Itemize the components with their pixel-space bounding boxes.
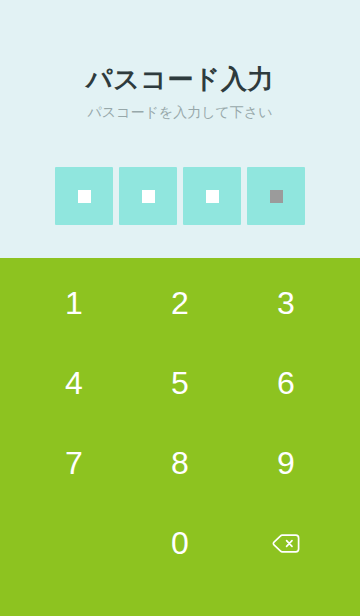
passcode-box-4 xyxy=(247,167,305,225)
key-backspace[interactable] xyxy=(233,503,339,583)
key-2[interactable]: 2 xyxy=(127,263,233,343)
keypad-grid: 1 2 3 4 5 6 7 8 9 0 xyxy=(21,263,339,583)
passcode-screen: パスコード入力 パスコードを入力して下さい 1 2 3 4 5 6 7 8 9 … xyxy=(0,0,360,616)
key-3[interactable]: 3 xyxy=(233,263,339,343)
passcode-box-2 xyxy=(119,167,177,225)
passcode-box-1 xyxy=(55,167,113,225)
key-9[interactable]: 9 xyxy=(233,423,339,503)
keypad-section: 1 2 3 4 5 6 7 8 9 0 xyxy=(0,258,360,616)
page-title: パスコード入力 xyxy=(0,0,360,94)
passcode-indicator xyxy=(0,167,360,225)
key-7[interactable]: 7 xyxy=(21,423,127,503)
key-1[interactable]: 1 xyxy=(21,263,127,343)
key-5[interactable]: 5 xyxy=(127,343,233,423)
passcode-header-section: パスコード入力 パスコードを入力して下さい xyxy=(0,0,360,258)
key-0[interactable]: 0 xyxy=(127,503,233,583)
passcode-box-3 xyxy=(183,167,241,225)
key-8[interactable]: 8 xyxy=(127,423,233,503)
key-6[interactable]: 6 xyxy=(233,343,339,423)
page-subtitle: パスコードを入力して下さい xyxy=(0,104,360,120)
key-empty xyxy=(21,503,127,583)
backspace-icon xyxy=(272,534,300,553)
key-4[interactable]: 4 xyxy=(21,343,127,423)
